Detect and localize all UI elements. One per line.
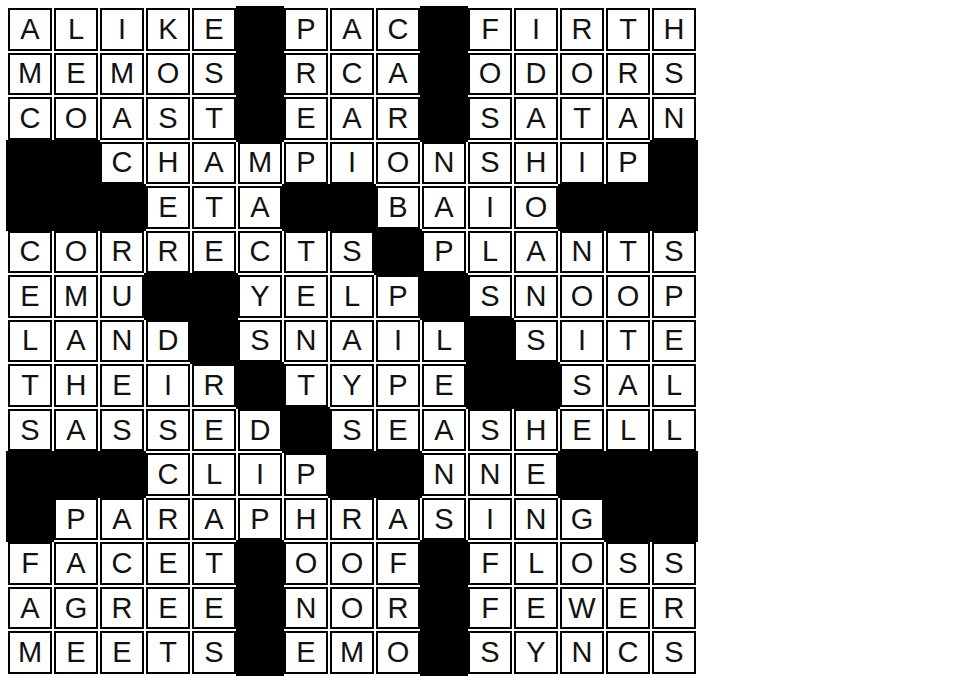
cell-r12c10[interactable]: S — [422, 498, 466, 541]
cell-letter: A — [66, 326, 85, 355]
cell-r8c9[interactable]: I — [376, 320, 420, 363]
cell-r5c12[interactable]: O — [514, 186, 558, 229]
cell-letter: T — [205, 104, 223, 133]
cell-letter: R — [388, 594, 409, 623]
cell-r14c3[interactable]: R — [100, 587, 144, 630]
cell-r8c8[interactable]: A — [330, 320, 374, 363]
cell-letter: H — [526, 148, 547, 177]
cell-r10c6[interactable]: D — [238, 409, 282, 452]
cell-r10c3[interactable]: S — [100, 409, 144, 452]
cell-r15c5[interactable]: S — [192, 631, 236, 674]
cell-r9c2[interactable]: H — [54, 364, 98, 407]
cell-r8c13[interactable]: I — [560, 320, 604, 363]
cell-letter: H — [296, 505, 317, 534]
cell-r10c14[interactable]: L — [606, 409, 650, 452]
cell-r9c7[interactable]: T — [284, 364, 328, 407]
block-r11c3 — [100, 453, 144, 496]
cell-r1c11[interactable]: F — [468, 8, 512, 51]
block-r13c6 — [238, 542, 282, 585]
cell-r12c6[interactable]: P — [238, 498, 282, 541]
cell-r10c11[interactable]: S — [468, 409, 512, 452]
cell-letter: S — [250, 326, 269, 355]
cell-letter: A — [66, 549, 85, 578]
cell-letter: O — [387, 148, 410, 177]
cell-letter: I — [348, 148, 356, 177]
cell-r6c2[interactable]: O — [54, 231, 98, 274]
cell-r4c3[interactable]: C — [100, 142, 144, 185]
cell-r9c8[interactable]: Y — [330, 364, 374, 407]
cell-r7c9[interactable]: P — [376, 275, 420, 318]
cell-r4c9[interactable]: O — [376, 142, 420, 185]
cell-r2c2[interactable]: E — [54, 53, 98, 96]
cell-r5c11[interactable]: I — [468, 186, 512, 229]
cell-r13c3[interactable]: C — [100, 542, 144, 585]
cell-r11c6[interactable]: I — [238, 453, 282, 496]
cell-r3c11[interactable]: S — [468, 97, 512, 140]
cell-r7c7[interactable]: E — [284, 275, 328, 318]
cell-r9c1[interactable]: T — [8, 364, 52, 407]
cell-letter: A — [526, 237, 545, 266]
cell-r14c1[interactable]: A — [8, 587, 52, 630]
cell-r4c10[interactable]: N — [422, 142, 466, 185]
cell-r8c3[interactable]: N — [100, 320, 144, 363]
cell-r3c7[interactable]: E — [284, 97, 328, 140]
cell-letter: N — [664, 104, 685, 133]
cell-letter: L — [528, 549, 544, 578]
cell-letter: R — [112, 594, 133, 623]
cell-letter: T — [297, 237, 315, 266]
cell-letter: R — [112, 237, 133, 266]
cell-letter: B — [388, 193, 407, 222]
cell-letter: C — [388, 15, 409, 44]
cell-r6c3[interactable]: R — [100, 231, 144, 274]
cell-letter: H — [158, 148, 179, 177]
cell-r9c15[interactable]: L — [652, 364, 696, 407]
cell-r3c2[interactable]: O — [54, 97, 98, 140]
cell-letter: A — [618, 104, 637, 133]
block-r4c1 — [8, 142, 52, 185]
cell-r10c10[interactable]: A — [422, 409, 466, 452]
cell-r9c3[interactable]: E — [100, 364, 144, 407]
cell-r1c13[interactable]: R — [560, 8, 604, 51]
cell-r13c5[interactable]: T — [192, 542, 236, 585]
cell-letter: E — [296, 638, 315, 667]
cell-r4c14[interactable]: P — [606, 142, 650, 185]
cell-r2c3[interactable]: M — [100, 53, 144, 96]
cell-r3c13[interactable]: T — [560, 97, 604, 140]
block-r15c10 — [422, 631, 466, 674]
cell-letter: E — [664, 326, 683, 355]
cell-letter: E — [296, 282, 315, 311]
cell-letter: L — [666, 416, 682, 445]
cell-r11c10[interactable]: N — [422, 453, 466, 496]
cell-r2c14[interactable]: R — [606, 53, 650, 96]
cell-letter: T — [573, 104, 591, 133]
cell-r13c11[interactable]: F — [468, 542, 512, 585]
cell-r10c2[interactable]: A — [54, 409, 98, 452]
cell-r2c8[interactable]: C — [330, 53, 374, 96]
cell-r6c1[interactable]: C — [8, 231, 52, 274]
cell-letter: R — [296, 59, 317, 88]
cell-letter: D — [526, 59, 547, 88]
cell-r15c14[interactable]: C — [606, 631, 650, 674]
cell-r5c9[interactable]: B — [376, 186, 420, 229]
cell-letter: S — [664, 549, 683, 578]
block-r9c12 — [514, 364, 558, 407]
cell-letter: T — [21, 371, 39, 400]
cell-r15c3[interactable]: E — [100, 631, 144, 674]
cell-r14c9[interactable]: R — [376, 587, 420, 630]
block-r7c5 — [192, 275, 236, 318]
cell-letter: I — [486, 505, 494, 534]
cell-letter: O — [341, 549, 364, 578]
cell-letter: A — [526, 104, 545, 133]
cell-r1c15[interactable]: H — [652, 8, 696, 51]
cell-r2c1[interactable]: M — [8, 53, 52, 96]
cell-r1c14[interactable]: T — [606, 8, 650, 51]
cell-r13c7[interactable]: O — [284, 542, 328, 585]
cell-r15c15[interactable]: S — [652, 631, 696, 674]
cell-r8c15[interactable]: E — [652, 320, 696, 363]
cell-r7c14[interactable]: O — [606, 275, 650, 318]
cell-letter: A — [204, 505, 223, 534]
cell-r8c12[interactable]: S — [514, 320, 558, 363]
cell-r5c10[interactable]: A — [422, 186, 466, 229]
cell-letter: S — [664, 638, 683, 667]
cell-letter: O — [571, 549, 594, 578]
cell-r3c5[interactable]: T — [192, 97, 236, 140]
cell-r14c2[interactable]: G — [54, 587, 98, 630]
cell-letter: A — [342, 104, 361, 133]
block-r14c6 — [238, 587, 282, 630]
cell-letter: H — [664, 15, 685, 44]
cell-r13c15[interactable]: S — [652, 542, 696, 585]
cell-r12c2[interactable]: P — [54, 498, 98, 541]
cell-r14c8[interactable]: O — [330, 587, 374, 630]
cell-letter: R — [572, 15, 593, 44]
cell-letter: T — [297, 371, 315, 400]
cell-r13c14[interactable]: S — [606, 542, 650, 585]
cell-r9c14[interactable]: A — [606, 364, 650, 407]
cell-r2c12[interactable]: D — [514, 53, 558, 96]
cell-letter: F — [481, 15, 499, 44]
cell-letter: E — [204, 594, 223, 623]
cell-r15c2[interactable]: E — [54, 631, 98, 674]
crossword-grid: ALIKEPACFIRTHMEMOSRCAODORSCOASTEARSATANC… — [8, 8, 696, 674]
cell-r5c4[interactable]: E — [146, 186, 190, 229]
cell-r13c4[interactable]: E — [146, 542, 190, 585]
cell-r12c7[interactable]: H — [284, 498, 328, 541]
block-r1c10 — [422, 8, 466, 51]
cell-letter: A — [66, 416, 85, 445]
cell-letter: P — [296, 15, 315, 44]
cell-r1c9[interactable]: C — [376, 8, 420, 51]
cell-letter: H — [66, 371, 87, 400]
cell-letter: A — [342, 15, 361, 44]
cell-r4c4[interactable]: H — [146, 142, 190, 185]
cell-r10c9[interactable]: E — [376, 409, 420, 452]
cell-r4c8[interactable]: I — [330, 142, 374, 185]
cell-letter: E — [158, 549, 177, 578]
cell-r15c9[interactable]: O — [376, 631, 420, 674]
cell-letter: F — [481, 594, 499, 623]
cell-letter: E — [618, 594, 637, 623]
cell-r14c7[interactable]: N — [284, 587, 328, 630]
cell-r12c8[interactable]: R — [330, 498, 374, 541]
cell-r11c12[interactable]: E — [514, 453, 558, 496]
block-r11c15 — [652, 453, 696, 496]
cell-r9c4[interactable]: I — [146, 364, 190, 407]
cell-letter: E — [204, 15, 223, 44]
cell-r8c2[interactable]: A — [54, 320, 98, 363]
cell-letter: C — [250, 237, 271, 266]
block-r5c2 — [54, 186, 98, 229]
cell-letter: A — [112, 505, 131, 534]
cell-r13c1[interactable]: F — [8, 542, 52, 585]
cell-r6c15[interactable]: S — [652, 231, 696, 274]
block-r9c11 — [468, 364, 512, 407]
page: ALIKEPACFIRTHMEMOSRCAODORSCOASTEARSATANC… — [0, 0, 960, 686]
cell-r12c4[interactable]: R — [146, 498, 190, 541]
cell-r11c5[interactable]: L — [192, 453, 236, 496]
cell-r13c8[interactable]: O — [330, 542, 374, 585]
block-r1c6 — [238, 8, 282, 51]
cell-r6c6[interactable]: C — [238, 231, 282, 274]
cell-r7c1[interactable]: E — [8, 275, 52, 318]
cell-r10c4[interactable]: S — [146, 409, 190, 452]
cell-r12c9[interactable]: A — [376, 498, 420, 541]
cell-letter: M — [18, 638, 42, 667]
cell-r11c7[interactable]: P — [284, 453, 328, 496]
block-r4c15 — [652, 142, 696, 185]
cell-letter: M — [248, 148, 272, 177]
cell-r15c4[interactable]: T — [146, 631, 190, 674]
cell-r10c12[interactable]: H — [514, 409, 558, 452]
cell-letter: W — [568, 594, 595, 623]
cell-r4c5[interactable]: A — [192, 142, 236, 185]
cell-r5c6[interactable]: A — [238, 186, 282, 229]
cell-r12c13[interactable]: G — [560, 498, 604, 541]
cell-letter: E — [158, 193, 177, 222]
cell-r10c15[interactable]: L — [652, 409, 696, 452]
cell-r6c12[interactable]: A — [514, 231, 558, 274]
cell-letter: T — [619, 326, 637, 355]
cell-letter: T — [205, 549, 223, 578]
cell-letter: A — [388, 59, 407, 88]
cell-letter: O — [65, 237, 88, 266]
cell-r1c8[interactable]: A — [330, 8, 374, 51]
cell-letter: I — [394, 326, 402, 355]
cell-letter: E — [20, 282, 39, 311]
cell-r1c7[interactable]: P — [284, 8, 328, 51]
cell-letter: K — [158, 15, 177, 44]
cell-r7c8[interactable]: L — [330, 275, 374, 318]
block-r3c6 — [238, 97, 282, 140]
cell-r3c12[interactable]: A — [514, 97, 558, 140]
cell-letter: O — [295, 549, 318, 578]
block-r5c7 — [284, 186, 328, 229]
cell-r14c12[interactable]: E — [514, 587, 558, 630]
cell-r4c13[interactable]: I — [560, 142, 604, 185]
cell-letter: G — [65, 594, 88, 623]
block-r9c6 — [238, 364, 282, 407]
cell-letter: N — [526, 282, 547, 311]
cell-letter: N — [572, 237, 593, 266]
cell-r7c12[interactable]: N — [514, 275, 558, 318]
cell-letter: S — [112, 416, 131, 445]
cell-r1c4[interactable]: K — [146, 8, 190, 51]
cell-letter: F — [21, 549, 39, 578]
cell-r11c11[interactable]: N — [468, 453, 512, 496]
cell-r8c10[interactable]: L — [422, 320, 466, 363]
cell-r4c11[interactable]: S — [468, 142, 512, 185]
cell-letter: I — [532, 15, 540, 44]
cell-r14c11[interactable]: F — [468, 587, 512, 630]
cell-r15c11[interactable]: S — [468, 631, 512, 674]
cell-r4c12[interactable]: H — [514, 142, 558, 185]
cell-r13c12[interactable]: L — [514, 542, 558, 585]
cell-r2c15[interactable]: S — [652, 53, 696, 96]
block-r11c13 — [560, 453, 604, 496]
block-r4c2 — [54, 142, 98, 185]
cell-letter: S — [480, 282, 499, 311]
cell-r6c4[interactable]: R — [146, 231, 190, 274]
cell-letter: H — [526, 416, 547, 445]
cell-r13c9[interactable]: F — [376, 542, 420, 585]
cell-letter: I — [118, 15, 126, 44]
cell-letter: N — [434, 148, 455, 177]
cell-r8c1[interactable]: L — [8, 320, 52, 363]
cell-r9c5[interactable]: R — [192, 364, 236, 407]
cell-r2c9[interactable]: A — [376, 53, 420, 96]
cell-r15c12[interactable]: Y — [514, 631, 558, 674]
cell-r7c3[interactable]: U — [100, 275, 144, 318]
cell-r14c4[interactable]: E — [146, 587, 190, 630]
cell-r3c9[interactable]: R — [376, 97, 420, 140]
cell-r6c13[interactable]: N — [560, 231, 604, 274]
cell-letter: A — [112, 104, 131, 133]
cell-r11c4[interactable]: C — [146, 453, 190, 496]
cell-r3c1[interactable]: C — [8, 97, 52, 140]
cell-r15c13[interactable]: N — [560, 631, 604, 674]
cell-letter: S — [204, 638, 223, 667]
cell-r13c2[interactable]: A — [54, 542, 98, 585]
block-r12c14 — [606, 498, 650, 541]
cell-r2c4[interactable]: O — [146, 53, 190, 96]
cell-r2c13[interactable]: O — [560, 53, 604, 96]
cell-r10c1[interactable]: S — [8, 409, 52, 452]
cell-r9c10[interactable]: E — [422, 364, 466, 407]
cell-letter: C — [112, 549, 133, 578]
cell-letter: P — [434, 237, 453, 266]
cell-r10c8[interactable]: S — [330, 409, 374, 452]
cell-r14c5[interactable]: E — [192, 587, 236, 630]
cell-r15c7[interactable]: E — [284, 631, 328, 674]
block-r7c10 — [422, 275, 466, 318]
cell-r1c12[interactable]: I — [514, 8, 558, 51]
cell-r8c4[interactable]: D — [146, 320, 190, 363]
cell-r6c8[interactable]: S — [330, 231, 374, 274]
cell-r1c3[interactable]: I — [100, 8, 144, 51]
cell-r7c11[interactable]: S — [468, 275, 512, 318]
cell-r2c11[interactable]: O — [468, 53, 512, 96]
cell-r6c11[interactable]: L — [468, 231, 512, 274]
cell-r3c4[interactable]: S — [146, 97, 190, 140]
cell-r14c13[interactable]: W — [560, 587, 604, 630]
cell-r12c12[interactable]: N — [514, 498, 558, 541]
cell-letter: O — [571, 59, 594, 88]
cell-r5c5[interactable]: T — [192, 186, 236, 229]
cell-r14c14[interactable]: E — [606, 587, 650, 630]
cell-letter: C — [342, 59, 363, 88]
cell-letter: R — [342, 505, 363, 534]
cell-r7c2[interactable]: M — [54, 275, 98, 318]
cell-r7c6[interactable]: Y — [238, 275, 282, 318]
cell-r8c6[interactable]: S — [238, 320, 282, 363]
cell-r3c15[interactable]: N — [652, 97, 696, 140]
cell-letter: C — [158, 460, 179, 489]
cell-r15c8[interactable]: M — [330, 631, 374, 674]
cell-r14c15[interactable]: R — [652, 587, 696, 630]
cell-letter: F — [481, 549, 499, 578]
cell-letter: E — [296, 104, 315, 133]
cell-r6c10[interactable]: P — [422, 231, 466, 274]
cell-letter: N — [572, 638, 593, 667]
cell-r4c6[interactable]: M — [238, 142, 282, 185]
cell-r6c7[interactable]: T — [284, 231, 328, 274]
block-r5c1 — [8, 186, 52, 229]
cell-letter: S — [158, 416, 177, 445]
cell-letter: R — [388, 104, 409, 133]
cell-letter: R — [204, 371, 225, 400]
cell-letter: L — [344, 282, 360, 311]
cell-r1c5[interactable]: E — [192, 8, 236, 51]
cell-r7c15[interactable]: P — [652, 275, 696, 318]
cell-r12c3[interactable]: A — [100, 498, 144, 541]
cell-r10c5[interactable]: E — [192, 409, 236, 452]
block-r5c14 — [606, 186, 650, 229]
cell-r9c13[interactable]: S — [560, 364, 604, 407]
cell-r6c5[interactable]: E — [192, 231, 236, 274]
cell-r12c5[interactable]: A — [192, 498, 236, 541]
cell-letter: A — [388, 505, 407, 534]
cell-r10c13[interactable]: E — [560, 409, 604, 452]
cell-r4c7[interactable]: P — [284, 142, 328, 185]
cell-r8c14[interactable]: T — [606, 320, 650, 363]
cell-r9c9[interactable]: P — [376, 364, 420, 407]
cell-letter: P — [296, 460, 315, 489]
cell-r1c1[interactable]: A — [8, 8, 52, 51]
cell-letter: E — [112, 371, 131, 400]
cell-r15c1[interactable]: M — [8, 631, 52, 674]
cell-letter: S — [480, 416, 499, 445]
cell-r2c7[interactable]: R — [284, 53, 328, 96]
cell-letter: E — [112, 638, 131, 667]
cell-r12c11[interactable]: I — [468, 498, 512, 541]
cell-r3c3[interactable]: A — [100, 97, 144, 140]
cell-r2c5[interactable]: S — [192, 53, 236, 96]
cell-r6c14[interactable]: T — [606, 231, 650, 274]
cell-letter: S — [480, 104, 499, 133]
cell-letter: E — [526, 460, 545, 489]
cell-letter: N — [526, 505, 547, 534]
cell-r1c2[interactable]: L — [54, 8, 98, 51]
cell-r8c7[interactable]: N — [284, 320, 328, 363]
cell-r7c13[interactable]: O — [560, 275, 604, 318]
cell-r3c8[interactable]: A — [330, 97, 374, 140]
cell-r3c14[interactable]: A — [606, 97, 650, 140]
cell-r13c13[interactable]: O — [560, 542, 604, 585]
